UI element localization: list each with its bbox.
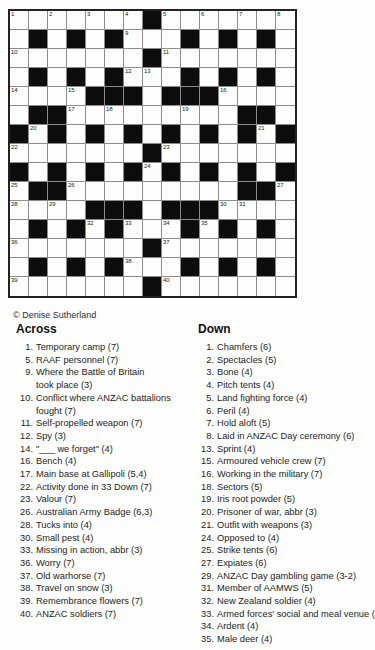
cell-r15c14[interactable] <box>257 277 276 296</box>
cell-number-6: 6 <box>201 11 204 18</box>
cell-r13c11[interactable] <box>200 239 219 258</box>
cell-r2c15[interactable] <box>276 30 295 49</box>
black-cell-r12c4 <box>67 220 86 239</box>
copyright-notice: © Denise Sutherland <box>13 310 96 320</box>
cell-r5c12[interactable]: 16 <box>219 87 238 106</box>
cell-r4c5[interactable] <box>86 68 105 87</box>
cell-r10c4[interactable]: 26 <box>67 182 86 201</box>
cell-r8c2[interactable] <box>29 144 48 163</box>
cell-number-8: 8 <box>277 11 280 18</box>
cell-r3c5[interactable] <box>86 49 105 68</box>
cell-r6c4[interactable]: 17 <box>67 106 86 125</box>
cell-r14c15[interactable] <box>276 258 295 277</box>
black-cell-r2c14 <box>257 30 276 49</box>
cell-r4c8[interactable]: 13 <box>143 68 162 87</box>
clue-across-17: 17.Main base at Gallipoli (5,4) <box>16 468 194 481</box>
clue-number: 39. <box>16 595 36 608</box>
black-cell-r4c4 <box>67 68 86 87</box>
cell-r10c9[interactable] <box>162 182 181 201</box>
cell-r3c14[interactable] <box>257 49 276 68</box>
clue-across-30: 30.Small pest (4) <box>16 532 194 545</box>
down-clue-list: 1.Chamfers (6)2.Spectacles (5)3.Bone (4)… <box>198 341 375 646</box>
cell-r6c10[interactable]: 19 <box>181 106 200 125</box>
cell-r6c8[interactable] <box>143 106 162 125</box>
black-cell-r11c7 <box>124 201 143 220</box>
cell-number-30: 30 <box>220 201 226 208</box>
cell-r12c1[interactable] <box>10 220 29 239</box>
cell-r3c4[interactable] <box>67 49 86 68</box>
cell-r14c11[interactable] <box>200 258 219 277</box>
cell-r8c6[interactable] <box>105 144 124 163</box>
cell-r11c13[interactable]: 31 <box>238 201 257 220</box>
black-cell-r6c14 <box>257 106 276 125</box>
black-cell-r14c14 <box>257 258 276 277</box>
cell-number-31: 31 <box>239 201 245 208</box>
cell-r15c9[interactable]: 40 <box>162 277 181 296</box>
cell-r12c13[interactable] <box>238 220 257 239</box>
cell-r14c13[interactable] <box>238 258 257 277</box>
cell-r11c12[interactable]: 30 <box>219 201 238 220</box>
cell-r14c7[interactable]: 38 <box>124 258 143 277</box>
black-cell-r14c6 <box>105 258 124 277</box>
cell-r4c9[interactable] <box>162 68 181 87</box>
cell-r10c8[interactable] <box>143 182 162 201</box>
cell-r15c11[interactable] <box>200 277 219 296</box>
cell-r12c15[interactable] <box>276 220 295 239</box>
cell-r13c4[interactable] <box>67 239 86 258</box>
black-cell-r5c10 <box>181 87 200 106</box>
cell-number-20: 20 <box>30 125 36 132</box>
cell-r11c8[interactable] <box>143 201 162 220</box>
cell-r5c14[interactable] <box>257 87 276 106</box>
clue-text: Prisoner of war, abbr (3) <box>217 506 317 519</box>
clue-number: 34. <box>198 620 217 633</box>
clue-number: 33. <box>198 608 217 621</box>
cell-r12c7[interactable]: 33 <box>124 220 143 239</box>
cell-r3c9[interactable]: 11 <box>162 49 181 68</box>
clue-text: Iris root powder (5) <box>217 493 295 506</box>
clue-text: "___ we forget" (4) <box>36 443 113 456</box>
cell-r9c4[interactable] <box>67 163 86 182</box>
cell-r3c15[interactable] <box>276 49 295 68</box>
cell-r8c12[interactable] <box>219 144 238 163</box>
cell-r7c14[interactable]: 21 <box>257 125 276 144</box>
cell-r11c1[interactable]: 28 <box>10 201 29 220</box>
cell-r9c2[interactable] <box>29 163 48 182</box>
cell-r3c10[interactable] <box>181 49 200 68</box>
cell-number-13: 13 <box>144 68 150 75</box>
cell-r13c2[interactable] <box>29 239 48 258</box>
clue-number: 37. <box>16 570 36 583</box>
cell-r2c5[interactable] <box>86 30 105 49</box>
clue-down-18: 18.Sectors (5) <box>198 481 375 494</box>
cell-r11c14[interactable] <box>257 201 276 220</box>
cell-number-23: 23 <box>163 144 169 151</box>
cell-r7c12[interactable] <box>219 125 238 144</box>
clue-number: 29. <box>198 570 217 583</box>
clue-down-20: 20.Prisoner of war, abbr (3) <box>198 506 375 519</box>
black-cell-r12c6 <box>105 220 124 239</box>
cell-r15c4[interactable] <box>67 277 86 296</box>
cell-r8c5[interactable] <box>86 144 105 163</box>
cell-r15c12[interactable] <box>219 277 238 296</box>
clue-number: 21. <box>198 519 217 532</box>
clue-across-38: 38.Travel on snow (3) <box>16 582 194 595</box>
cell-r13c3[interactable] <box>48 239 67 258</box>
cell-r7c2[interactable]: 20 <box>29 125 48 144</box>
clue-text: ANZAC soldiers (7) <box>36 608 116 621</box>
black-cell-r7c13 <box>238 125 257 144</box>
cell-r14c3[interactable] <box>48 258 67 277</box>
cell-r4c13[interactable] <box>238 68 257 87</box>
cell-r5c13[interactable] <box>238 87 257 106</box>
cell-r2c8[interactable] <box>143 30 162 49</box>
black-cell-r7c15 <box>276 125 295 144</box>
clue-text: Travel on snow (3) <box>36 582 113 595</box>
cell-r14c9[interactable] <box>162 258 181 277</box>
clue-text: Strike tents (6) <box>217 544 277 557</box>
clue-number: 32. <box>198 595 217 608</box>
cell-r13c1[interactable]: 36 <box>10 239 29 258</box>
cell-r9c14[interactable] <box>257 163 276 182</box>
clue-text: Activity done in 33 Down (7) <box>36 481 152 494</box>
black-cell-r7c5 <box>86 125 105 144</box>
clue-down-1: 1.Chamfers (6) <box>198 341 375 354</box>
cell-number-14: 14 <box>11 87 17 94</box>
cell-r5c2[interactable] <box>29 87 48 106</box>
cell-r11c15[interactable] <box>276 201 295 220</box>
cell-r7c4[interactable] <box>67 125 86 144</box>
cell-r1c4[interactable] <box>67 11 86 30</box>
clue-text: Member of AAMWS (5) <box>217 582 313 595</box>
down-heading: Down <box>198 322 375 336</box>
cell-r6c1[interactable] <box>10 106 29 125</box>
cell-r8c7[interactable] <box>124 144 143 163</box>
cell-r10c5[interactable] <box>86 182 105 201</box>
clue-number: 16. <box>198 468 217 481</box>
cell-number-15: 15 <box>68 87 74 94</box>
cell-number-1: 1 <box>11 11 14 18</box>
clue-text: Ardent (4) <box>217 620 258 633</box>
clue-down-29: 29.ANZAC Day gambling game (3-2) <box>198 570 375 583</box>
cell-r14c1[interactable] <box>10 258 29 277</box>
cell-r13c13[interactable] <box>238 239 257 258</box>
cell-r6c12[interactable] <box>219 106 238 125</box>
cell-r8c4[interactable] <box>67 144 86 163</box>
cell-r3c11[interactable] <box>200 49 219 68</box>
clue-across-12: 12.Spy (3) <box>16 430 194 443</box>
cell-number-22: 22 <box>11 144 17 151</box>
clue-across-23: 23.Valour (7) <box>16 493 194 506</box>
cell-r3c1[interactable]: 10 <box>10 49 29 68</box>
cell-r10c1[interactable]: 25 <box>10 182 29 201</box>
cell-r7c10[interactable] <box>181 125 200 144</box>
clue-down-16: 16.Working in the military (7) <box>198 468 375 481</box>
clue-text: Male deer (4) <box>217 633 272 646</box>
cell-r1c9[interactable]: 5 <box>162 11 181 30</box>
cell-r8c11[interactable] <box>200 144 219 163</box>
cell-r8c1[interactable]: 22 <box>10 144 29 163</box>
cell-r2c11[interactable] <box>200 30 219 49</box>
clue-text: Pitch tents (4) <box>217 379 274 392</box>
clue-text: Australian Army Badge (6,3) <box>36 506 152 519</box>
clue-number: 27. <box>198 557 217 570</box>
cell-r2c7[interactable]: 9 <box>124 30 143 49</box>
cell-r13c12[interactable] <box>219 239 238 258</box>
cell-r4c7[interactable]: 12 <box>124 68 143 87</box>
cell-r7c6[interactable] <box>105 125 124 144</box>
clue-text: Where the Battle of Britain took place (… <box>36 366 145 391</box>
cell-r5c1[interactable]: 14 <box>10 87 29 106</box>
clue-across-40: 40.ANZAC soldiers (7) <box>16 608 194 621</box>
black-cell-r15c8 <box>143 277 162 296</box>
clue-across-14: 14."___ we forget" (4) <box>16 443 194 456</box>
black-cell-r6c3 <box>48 106 67 125</box>
cell-r9c6[interactable] <box>105 163 124 182</box>
cell-r8c13[interactable] <box>238 144 257 163</box>
cell-r14c5[interactable] <box>86 258 105 277</box>
clue-text: Armed forces' social and meal venue (4) <box>217 608 375 621</box>
clue-number: 7. <box>198 417 217 430</box>
black-cell-r7c3 <box>48 125 67 144</box>
cell-number-4: 4 <box>125 11 128 18</box>
cell-r2c9[interactable] <box>162 30 181 49</box>
clue-number: 4. <box>198 379 217 392</box>
cell-r13c15[interactable] <box>276 239 295 258</box>
cell-r4c1[interactable] <box>10 68 29 87</box>
cell-r8c10[interactable] <box>181 144 200 163</box>
cell-r4c3[interactable] <box>48 68 67 87</box>
cell-r2c13[interactable] <box>238 30 257 49</box>
cell-r15c7[interactable] <box>124 277 143 296</box>
cell-r1c5[interactable]: 3 <box>86 11 105 30</box>
clue-number: 26. <box>16 506 36 519</box>
cell-r12c3[interactable] <box>48 220 67 239</box>
cell-r15c2[interactable] <box>29 277 48 296</box>
cell-r1c1[interactable]: 1 <box>10 11 29 30</box>
clue-down-21: 21.Outfit with weapons (3) <box>198 519 375 532</box>
black-cell-r1c8 <box>143 11 162 30</box>
clue-down-31: 31.Member of AAMWS (5) <box>198 582 375 595</box>
cell-r12c9[interactable]: 34 <box>162 220 181 239</box>
cell-r5c8[interactable] <box>143 87 162 106</box>
cell-r1c12[interactable] <box>219 11 238 30</box>
cell-r5c4[interactable]: 15 <box>67 87 86 106</box>
cell-r13c14[interactable] <box>257 239 276 258</box>
black-cell-r4c14 <box>257 68 276 87</box>
clue-number: 8. <box>198 430 217 443</box>
cell-r3c12[interactable] <box>219 49 238 68</box>
clue-down-27: 27.Expiates (6) <box>198 557 375 570</box>
across-heading: Across <box>16 322 194 336</box>
black-cell-r9c1 <box>10 163 29 182</box>
cell-r7c8[interactable] <box>143 125 162 144</box>
cell-r6c9[interactable] <box>162 106 181 125</box>
clue-down-19: 19.Iris root powder (5) <box>198 493 375 506</box>
cell-r10c6[interactable] <box>105 182 124 201</box>
black-cell-r7c1 <box>10 125 29 144</box>
crossword-page: 1234567891011121314151617181920212223242… <box>0 0 375 650</box>
clue-number: 35. <box>198 633 217 646</box>
cell-r9c8[interactable]: 24 <box>143 163 162 182</box>
clue-number: 1. <box>198 341 217 354</box>
cell-r10c10[interactable] <box>181 182 200 201</box>
clue-text: Working in the military (7) <box>217 468 322 481</box>
clue-number: 31. <box>198 582 217 595</box>
cell-r6c15[interactable] <box>276 106 295 125</box>
cell-r14c8[interactable] <box>143 258 162 277</box>
cell-number-39: 39 <box>11 277 17 284</box>
clue-down-5: 5.Land fighting force (4) <box>198 392 375 405</box>
black-cell-r14c4 <box>67 258 86 277</box>
cell-r15c1[interactable]: 39 <box>10 277 29 296</box>
clue-down-32: 32.New Zealand soldier (4) <box>198 595 375 608</box>
cell-r15c13[interactable] <box>238 277 257 296</box>
cell-r9c12[interactable] <box>219 163 238 182</box>
cell-r15c5[interactable] <box>86 277 105 296</box>
clue-text: Sprint (4) <box>217 443 255 456</box>
clue-number: 17. <box>16 468 36 481</box>
cell-r8c15[interactable] <box>276 144 295 163</box>
cell-r1c15[interactable]: 8 <box>276 11 295 30</box>
cell-r5c3[interactable] <box>48 87 67 106</box>
cell-r6c11[interactable] <box>200 106 219 125</box>
clue-number: 13. <box>198 443 217 456</box>
black-cell-r8c8 <box>143 144 162 163</box>
clue-number: 9. <box>16 366 36 379</box>
cell-r2c3[interactable] <box>48 30 67 49</box>
clue-number: 11. <box>16 417 36 430</box>
clue-text: Temporary camp (7) <box>36 341 119 354</box>
cell-r3c3[interactable] <box>48 49 67 68</box>
clue-text: ANZAC Day gambling game (3-2) <box>217 570 356 583</box>
black-cell-r4c12 <box>219 68 238 87</box>
cell-r6c5[interactable] <box>86 106 105 125</box>
cell-r12c11[interactable]: 35 <box>200 220 219 239</box>
cell-r1c7[interactable]: 4 <box>124 11 143 30</box>
cell-r11c4[interactable] <box>67 201 86 220</box>
black-cell-r4c6 <box>105 68 124 87</box>
cell-r13c9[interactable]: 37 <box>162 239 181 258</box>
cell-r6c7[interactable] <box>124 106 143 125</box>
black-cell-r5c7 <box>124 87 143 106</box>
clue-across-5: 5.RAAF personnel (7) <box>16 354 194 367</box>
cell-r1c10[interactable] <box>181 11 200 30</box>
cell-r10c11[interactable] <box>200 182 219 201</box>
cell-number-40: 40 <box>163 277 169 284</box>
cell-r3c2[interactable] <box>29 49 48 68</box>
cell-r3c7[interactable] <box>124 49 143 68</box>
clue-across-26: 26.Australian Army Badge (6,3) <box>16 506 194 519</box>
cell-r1c2[interactable] <box>29 11 48 30</box>
cell-r13c10[interactable] <box>181 239 200 258</box>
clue-down-2: 2.Spectacles (5) <box>198 354 375 367</box>
black-cell-r12c10 <box>181 220 200 239</box>
clue-number: 16. <box>16 455 36 468</box>
clue-text: Main base at Gallipoli (5,4) <box>36 468 147 481</box>
cell-r8c14[interactable] <box>257 144 276 163</box>
black-cell-r10c13 <box>238 182 257 201</box>
clue-text: Missing in action, abbr (3) <box>36 544 142 557</box>
cell-r8c9[interactable]: 23 <box>162 144 181 163</box>
clue-across-37: 37.Old warhorse (7) <box>16 570 194 583</box>
cell-r13c7[interactable] <box>124 239 143 258</box>
cell-r3c13[interactable] <box>238 49 257 68</box>
clue-down-13: 13.Sprint (4) <box>198 443 375 456</box>
cell-r1c3[interactable]: 2 <box>48 11 67 30</box>
black-cell-r4c2 <box>29 68 48 87</box>
black-cell-r11c9 <box>162 201 181 220</box>
cell-r9c10[interactable] <box>181 163 200 182</box>
black-cell-r7c9 <box>162 125 181 144</box>
cell-r15c15[interactable] <box>276 277 295 296</box>
black-cell-r2c12 <box>219 30 238 49</box>
black-cell-r5c11 <box>200 87 219 106</box>
clue-number: 38. <box>16 582 36 595</box>
black-cell-r2c6 <box>105 30 124 49</box>
cell-r10c7[interactable] <box>124 182 143 201</box>
clue-text: Sectors (5) <box>217 481 262 494</box>
cell-r1c14[interactable] <box>257 11 276 30</box>
cell-r1c13[interactable]: 7 <box>238 11 257 30</box>
cell-number-33: 33 <box>125 220 131 227</box>
clue-number: 2. <box>198 354 217 367</box>
down-clues-section: Down 1.Chamfers (6)2.Spectacles (5)3.Bon… <box>198 322 375 646</box>
cell-r13c5[interactable] <box>86 239 105 258</box>
black-cell-r5c5 <box>86 87 105 106</box>
black-cell-r10c3 <box>48 182 67 201</box>
cell-number-35: 35 <box>201 220 207 227</box>
clue-number: 18. <box>198 481 217 494</box>
clue-number: 14. <box>16 443 36 456</box>
clue-number: 3. <box>198 366 217 379</box>
cell-r1c6[interactable] <box>105 11 124 30</box>
cell-r12c5[interactable]: 32 <box>86 220 105 239</box>
cell-number-2: 2 <box>49 11 52 18</box>
black-cell-r13c8 <box>143 239 162 258</box>
black-cell-r10c14 <box>257 182 276 201</box>
cell-number-9: 9 <box>125 30 128 37</box>
cell-r15c10[interactable] <box>181 277 200 296</box>
cell-r8c3[interactable] <box>48 144 67 163</box>
cell-r13c6[interactable] <box>105 239 124 258</box>
cell-r1c11[interactable]: 6 <box>200 11 219 30</box>
cell-r11c2[interactable] <box>29 201 48 220</box>
cell-number-38: 38 <box>125 258 131 265</box>
cell-r15c6[interactable] <box>105 277 124 296</box>
cell-r4c11[interactable] <box>200 68 219 87</box>
clue-across-11: 11.Self-propelled weapon (7) <box>16 417 194 430</box>
cell-r12c8[interactable] <box>143 220 162 239</box>
cell-r6c6[interactable]: 18 <box>105 106 124 125</box>
cell-r4c15[interactable] <box>276 68 295 87</box>
clue-text: Bone (4) <box>217 366 253 379</box>
black-cell-r6c2 <box>29 106 48 125</box>
cell-r15c3[interactable] <box>48 277 67 296</box>
cell-r10c15[interactable]: 27 <box>276 182 295 201</box>
clue-across-10: 10.Conflict where ANZAC battalions fough… <box>16 392 194 417</box>
black-cell-r14c12 <box>219 258 238 277</box>
clue-across-22: 22.Activity done in 33 Down (7) <box>16 481 194 494</box>
clue-text: Armoured vehicle crew (7) <box>217 455 326 468</box>
clue-text: Old warhorse (7) <box>36 570 105 583</box>
cell-r11c3[interactable]: 29 <box>48 201 67 220</box>
cell-r2c1[interactable] <box>10 30 29 49</box>
cell-r3c6[interactable] <box>105 49 124 68</box>
cell-number-37: 37 <box>163 239 169 246</box>
cell-r5c15[interactable] <box>276 87 295 106</box>
cell-r10c12[interactable] <box>219 182 238 201</box>
